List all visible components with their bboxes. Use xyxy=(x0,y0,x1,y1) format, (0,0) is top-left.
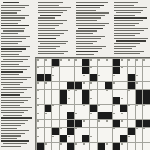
white-cell xyxy=(105,143,112,150)
clue-column-left xyxy=(1,2,32,148)
white-cell xyxy=(67,90,74,97)
clue-text-line xyxy=(38,30,68,31)
white-cell xyxy=(45,90,52,97)
clue-text-line xyxy=(1,46,30,47)
clue-text-line xyxy=(1,25,29,26)
clue-text-line xyxy=(1,130,29,131)
clue-text-line xyxy=(38,48,56,49)
clue-text-line xyxy=(3,30,24,31)
clue-column-2 xyxy=(38,2,71,56)
clue-text-line xyxy=(1,82,23,83)
clue-text-line xyxy=(38,46,60,47)
clue-text-line xyxy=(1,133,25,134)
white-cell xyxy=(67,59,74,66)
black-cell xyxy=(67,128,74,135)
clue-text-line xyxy=(38,7,71,8)
white-cell xyxy=(98,82,105,89)
black-cell xyxy=(82,135,89,142)
white-cell xyxy=(98,97,105,104)
white-cell xyxy=(120,74,127,81)
clue-text-line xyxy=(76,7,100,8)
clue-text-line xyxy=(1,107,32,108)
white-cell xyxy=(98,74,105,81)
clue-text-line xyxy=(76,51,98,52)
clue-text-line xyxy=(1,120,28,121)
clue-text-line xyxy=(1,5,29,6)
clue-text-line xyxy=(1,56,30,57)
white-cell xyxy=(105,105,112,112)
white-cell xyxy=(120,120,127,127)
white-cell xyxy=(113,74,120,81)
clue-text-line xyxy=(1,48,26,49)
clue-text-line xyxy=(114,2,138,3)
clue-text-line xyxy=(38,23,63,24)
clue-text-line xyxy=(1,97,31,98)
white-cell xyxy=(37,120,44,127)
clue-text-line xyxy=(114,28,148,29)
white-cell xyxy=(82,82,89,89)
white-cell xyxy=(136,59,143,66)
clue-text-line xyxy=(114,46,136,47)
clue-text-line xyxy=(1,28,25,29)
clue-text-line xyxy=(1,64,19,65)
clue-text-line xyxy=(3,115,23,116)
clue-column-right xyxy=(114,2,148,56)
clue-text-line xyxy=(1,112,24,113)
white-cell xyxy=(67,105,74,112)
black-cell xyxy=(45,105,52,112)
clue-text-line xyxy=(1,20,21,21)
clue-text-line xyxy=(1,12,17,13)
clue-text-line xyxy=(76,2,108,3)
white-cell xyxy=(136,74,143,81)
clue-text-line xyxy=(1,71,23,72)
clue-text-line xyxy=(76,17,101,18)
black-cell xyxy=(128,82,135,89)
black-cell xyxy=(120,135,127,142)
white-cell xyxy=(105,135,112,142)
white-cell xyxy=(128,135,135,142)
clue-text-line xyxy=(1,43,18,44)
white-cell xyxy=(143,143,150,150)
white-cell xyxy=(136,135,143,142)
black-cell xyxy=(90,74,97,81)
white-cell xyxy=(75,143,82,150)
white-cell xyxy=(37,59,44,66)
clue-text-line xyxy=(3,143,27,144)
clue-text-line xyxy=(38,33,64,34)
white-cell xyxy=(37,67,44,74)
white-cell xyxy=(113,105,120,112)
white-cell xyxy=(120,82,127,89)
white-cell xyxy=(143,82,150,89)
white-cell xyxy=(75,112,82,119)
clue-text-line xyxy=(38,25,59,26)
white-cell xyxy=(60,74,67,81)
white-cell xyxy=(82,128,89,135)
white-cell xyxy=(128,97,135,104)
white-cell xyxy=(120,112,127,119)
black-cell xyxy=(52,59,59,66)
clue-text-line xyxy=(3,2,19,3)
clue-text-line xyxy=(114,23,139,24)
white-cell xyxy=(60,120,67,127)
white-cell xyxy=(45,82,52,89)
clue-text-line xyxy=(38,10,67,11)
white-cell xyxy=(105,90,112,97)
white-cell xyxy=(37,128,44,135)
clue-column-3 xyxy=(76,2,109,56)
clue-text-line xyxy=(1,79,27,80)
clue-text-line xyxy=(1,74,19,75)
clue-text-line xyxy=(114,20,143,21)
clue-text-line xyxy=(38,53,64,54)
white-cell xyxy=(90,67,97,74)
black-cell xyxy=(82,90,89,97)
clue-text-line xyxy=(3,87,32,88)
white-cell xyxy=(82,120,89,127)
white-cell xyxy=(52,135,59,142)
clue-text-line xyxy=(1,61,23,62)
white-cell xyxy=(90,135,97,142)
white-cell xyxy=(113,128,120,135)
white-cell xyxy=(52,74,59,81)
white-cell xyxy=(60,112,67,119)
clue-text-line xyxy=(116,40,146,41)
clue-text-line xyxy=(1,51,22,52)
black-cell xyxy=(128,128,135,135)
clue-text-line xyxy=(76,33,93,34)
white-cell xyxy=(60,143,67,150)
white-cell xyxy=(75,59,82,66)
white-cell xyxy=(113,135,120,142)
white-cell xyxy=(128,112,135,119)
black-cell xyxy=(128,74,135,81)
black-cell xyxy=(143,120,150,127)
clue-text-line xyxy=(76,48,102,49)
black-cell xyxy=(82,67,89,74)
clue-text-line xyxy=(40,15,61,16)
white-cell xyxy=(60,59,67,66)
white-cell xyxy=(82,112,89,119)
clue-text-line xyxy=(1,89,27,90)
crossword-grid xyxy=(35,57,150,150)
black-cell xyxy=(113,67,120,74)
white-cell xyxy=(90,90,97,97)
clue-text-line xyxy=(1,110,28,111)
clue-text-line xyxy=(76,38,101,39)
white-cell xyxy=(105,128,112,135)
white-cell xyxy=(128,143,135,150)
white-cell xyxy=(37,135,44,142)
black-cell xyxy=(45,74,52,81)
white-cell xyxy=(113,82,120,89)
white-cell xyxy=(136,128,143,135)
black-cell xyxy=(75,82,82,89)
white-cell xyxy=(136,105,143,112)
white-cell xyxy=(37,90,44,97)
white-cell xyxy=(120,143,127,150)
black-cell xyxy=(136,120,143,127)
clue-text-line xyxy=(38,51,68,52)
white-cell xyxy=(105,67,112,74)
clue-text-line xyxy=(114,17,147,18)
clue-text-line xyxy=(1,146,21,147)
white-cell xyxy=(45,128,52,135)
black-cell xyxy=(143,90,150,97)
white-cell xyxy=(98,120,105,127)
clue-text-line xyxy=(116,12,141,13)
clue-text-line xyxy=(1,105,20,106)
white-cell xyxy=(75,105,82,112)
white-cell xyxy=(136,112,143,119)
clue-text-line xyxy=(76,15,105,16)
white-cell xyxy=(136,82,143,89)
clue-text-line xyxy=(1,36,30,37)
white-cell xyxy=(136,67,143,74)
white-cell xyxy=(82,105,89,112)
white-cell xyxy=(60,105,67,112)
white-cell xyxy=(105,97,112,104)
clue-text-line xyxy=(76,12,109,13)
white-cell xyxy=(75,74,82,81)
white-cell xyxy=(98,59,105,66)
clue-text-line xyxy=(1,135,21,136)
black-cell xyxy=(113,120,120,127)
clue-text-line xyxy=(1,77,31,78)
white-cell xyxy=(75,135,82,142)
white-cell xyxy=(60,67,67,74)
white-cell xyxy=(98,135,105,142)
clue-text-line xyxy=(76,30,97,31)
white-cell xyxy=(128,67,135,74)
clue-text-line xyxy=(1,15,29,16)
clue-text-line xyxy=(76,25,105,26)
clue-text-line xyxy=(1,54,19,55)
white-cell xyxy=(52,82,59,89)
black-cell xyxy=(67,112,74,119)
clue-text-line xyxy=(1,7,25,8)
white-cell xyxy=(52,112,59,119)
white-cell xyxy=(52,143,59,150)
white-cell xyxy=(98,128,105,135)
black-cell xyxy=(136,90,143,97)
clue-text-line xyxy=(1,41,22,42)
white-cell xyxy=(37,105,44,112)
white-cell xyxy=(90,97,97,104)
clue-text-line xyxy=(1,10,21,11)
white-cell xyxy=(113,90,120,97)
clue-text-line xyxy=(114,48,132,49)
white-cell xyxy=(45,112,52,119)
clue-text-line xyxy=(114,33,140,34)
white-cell xyxy=(67,74,74,81)
white-cell xyxy=(143,112,150,119)
clue-text-line xyxy=(76,36,105,37)
black-cell xyxy=(98,143,105,150)
white-cell xyxy=(67,97,74,104)
clue-text-line xyxy=(76,10,96,11)
clue-text-line xyxy=(38,2,63,3)
white-cell xyxy=(37,112,44,119)
white-cell xyxy=(75,90,82,97)
white-cell xyxy=(143,105,150,112)
clue-text-line xyxy=(114,51,144,52)
clue-text-line xyxy=(1,38,26,39)
white-cell xyxy=(90,128,97,135)
white-cell xyxy=(120,59,127,66)
black-cell xyxy=(52,128,59,135)
white-cell xyxy=(120,67,127,74)
clue-text-line xyxy=(1,140,29,141)
white-cell xyxy=(90,120,97,127)
clue-text-line xyxy=(78,28,103,29)
clue-text-line xyxy=(1,102,24,103)
clue-text-line xyxy=(1,94,20,95)
black-cell xyxy=(113,143,120,150)
white-cell xyxy=(113,112,120,119)
white-cell xyxy=(90,82,97,89)
black-cell xyxy=(143,97,150,104)
black-cell xyxy=(82,97,89,104)
black-cell xyxy=(82,59,89,66)
white-cell xyxy=(45,135,52,142)
black-cell xyxy=(67,82,74,89)
clue-text-line xyxy=(114,5,134,6)
clue-text-line xyxy=(114,25,135,26)
clue-text-line xyxy=(1,138,17,139)
white-cell xyxy=(52,90,59,97)
clue-text-line xyxy=(114,38,148,39)
white-cell xyxy=(45,143,52,150)
black-cell xyxy=(105,112,112,119)
black-cell xyxy=(67,143,74,150)
clue-text-line xyxy=(1,125,21,126)
white-cell xyxy=(52,97,59,104)
white-cell xyxy=(143,128,150,135)
newspaper-crossword-page xyxy=(0,0,150,150)
clue-text-line xyxy=(114,43,140,44)
clue-text-line xyxy=(114,53,140,54)
clue-text-line xyxy=(3,59,28,60)
black-cell xyxy=(113,59,120,66)
white-cell xyxy=(105,59,112,66)
clue-text-line xyxy=(76,5,104,6)
clue-text-line xyxy=(76,41,97,42)
white-cell xyxy=(128,90,135,97)
clue-text-line xyxy=(38,38,56,39)
clue-text-line xyxy=(1,123,25,124)
clue-text-line xyxy=(38,20,67,21)
clue-text-line xyxy=(76,23,109,24)
clue-text-line xyxy=(1,66,30,67)
black-cell xyxy=(60,135,67,142)
clue-text-line xyxy=(1,69,27,70)
black-cell xyxy=(60,90,67,97)
clue-text-line xyxy=(76,20,97,21)
clue-text-line xyxy=(114,10,143,11)
white-cell xyxy=(60,82,67,89)
clue-text-line xyxy=(38,12,63,13)
black-cell xyxy=(136,97,143,104)
white-cell xyxy=(60,128,67,135)
black-cell xyxy=(105,82,112,89)
white-cell xyxy=(128,59,135,66)
white-cell xyxy=(143,74,150,81)
black-cell xyxy=(37,74,44,81)
clue-text-line xyxy=(1,128,17,129)
black-cell xyxy=(60,97,67,104)
clue-text-line xyxy=(114,15,135,16)
white-cell xyxy=(67,135,74,142)
black-cell xyxy=(37,143,44,150)
black-cell xyxy=(98,112,105,119)
white-cell xyxy=(75,67,82,74)
white-cell xyxy=(37,97,44,104)
clue-text-line xyxy=(38,17,55,18)
clue-text-line xyxy=(114,30,144,31)
white-cell xyxy=(45,59,52,66)
clue-text-line xyxy=(76,54,94,55)
white-cell xyxy=(67,67,74,74)
clue-text-line xyxy=(38,28,55,29)
clue-text-line xyxy=(38,35,60,36)
white-cell xyxy=(143,135,150,142)
clue-text-line xyxy=(114,7,147,8)
white-cell xyxy=(82,74,89,81)
white-cell xyxy=(75,128,82,135)
clue-text-line xyxy=(1,17,25,18)
clue-text-line xyxy=(1,84,20,85)
white-cell xyxy=(45,97,52,104)
white-cell xyxy=(90,112,97,119)
white-cell xyxy=(120,97,127,104)
white-cell xyxy=(120,128,127,135)
black-cell xyxy=(120,105,127,112)
white-cell xyxy=(143,67,150,74)
white-cell xyxy=(98,90,105,97)
white-cell xyxy=(98,105,105,112)
clue-text-line xyxy=(38,5,59,6)
black-cell xyxy=(113,97,120,104)
white-cell xyxy=(128,120,135,127)
black-cell xyxy=(67,120,74,127)
white-cell xyxy=(90,59,97,66)
white-cell xyxy=(52,120,59,127)
white-cell xyxy=(45,120,52,127)
white-cell xyxy=(75,97,82,104)
white-cell xyxy=(52,67,59,74)
white-cell xyxy=(120,90,127,97)
clue-text-line xyxy=(76,46,106,47)
clue-text-line xyxy=(1,33,18,34)
clue-text-line xyxy=(1,23,18,24)
clue-text-line xyxy=(40,43,66,44)
black-cell xyxy=(90,105,97,112)
white-cell xyxy=(98,67,105,74)
clue-text-line xyxy=(1,92,24,93)
clue-text-line xyxy=(114,35,135,36)
white-cell xyxy=(90,143,97,150)
white-cell xyxy=(82,143,89,150)
white-cell xyxy=(136,143,143,150)
white-cell xyxy=(143,59,150,66)
white-cell xyxy=(128,105,135,112)
black-cell xyxy=(75,120,82,127)
clue-text-line xyxy=(1,100,28,101)
white-cell xyxy=(105,120,112,127)
white-cell xyxy=(45,67,52,74)
